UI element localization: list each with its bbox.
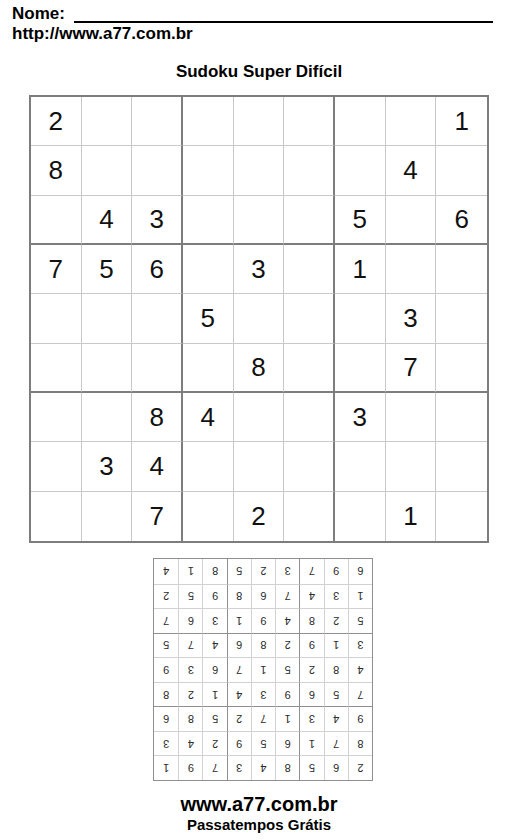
sudoku-cell: 6: [132, 245, 183, 294]
solution-cell: 6: [299, 682, 323, 707]
sudoku-cell: [183, 245, 234, 294]
sudoku-cell: 8: [132, 393, 183, 442]
solution-cell: 2: [251, 559, 275, 584]
sudoku-worksheet-page: Nome: http://www.a77.com.br Sudoku Super…: [0, 0, 518, 840]
sudoku-cell: [335, 344, 386, 393]
sudoku-cell: [234, 442, 285, 491]
solution-cell: 7: [202, 755, 226, 780]
footer: www.a77.com.br Passatempos Grátis: [0, 793, 518, 834]
sudoku-cell: [284, 442, 335, 491]
solution-cell: 3: [324, 584, 348, 609]
sudoku-cell: [132, 97, 183, 146]
solution-cell: 3: [299, 706, 323, 731]
solution-cell: 5: [251, 731, 275, 756]
sudoku-cell: [436, 442, 487, 491]
solution-cell: 4: [202, 633, 226, 658]
solution-cell: 8: [348, 731, 372, 756]
sudoku-cell: [386, 245, 437, 294]
sudoku-cell: 4: [132, 442, 183, 491]
sudoku-cell: [183, 442, 234, 491]
solution-cell: 4: [275, 608, 299, 633]
sudoku-cell: [284, 344, 335, 393]
solution-cell: 3: [348, 633, 372, 658]
sudoku-cell: [335, 294, 386, 343]
solution-cell: 9: [178, 755, 202, 780]
solution-cell: 7: [154, 608, 178, 633]
solution-cell: 2: [299, 657, 323, 682]
sudoku-cell: [31, 442, 82, 491]
sudoku-cell: [31, 393, 82, 442]
solution-cell: 9: [348, 706, 372, 731]
solution-cell: 5: [348, 608, 372, 633]
sudoku-cell: [31, 492, 82, 541]
solution-cell: 9: [154, 657, 178, 682]
solution-cell: 1: [299, 731, 323, 756]
sudoku-cell: 5: [335, 196, 386, 245]
sudoku-cell: [436, 245, 487, 294]
sudoku-cell: [284, 393, 335, 442]
solution-cell: 6: [178, 608, 202, 633]
solution-cell: 2: [227, 706, 251, 731]
sudoku-cell: [284, 196, 335, 245]
solution-cell: 8: [178, 706, 202, 731]
sudoku-cell: 3: [82, 442, 133, 491]
solution-cell: 2: [154, 584, 178, 609]
sudoku-cell: [183, 97, 234, 146]
sudoku-cell: [234, 196, 285, 245]
solution-cell: 6: [227, 633, 251, 658]
sudoku-cell: [31, 196, 82, 245]
sudoku-cell: [436, 344, 487, 393]
solution-cell: 9: [299, 633, 323, 658]
solution-cell: 6: [154, 706, 178, 731]
sudoku-cell: 5: [183, 294, 234, 343]
sudoku-cell: [386, 97, 437, 146]
solution-cell: 1: [324, 633, 348, 658]
solution-cell: 6: [275, 731, 299, 756]
solution-cell: 7: [324, 731, 348, 756]
sudoku-cell: [82, 393, 133, 442]
sudoku-cell: [386, 196, 437, 245]
sudoku-cell: 3: [234, 245, 285, 294]
sudoku-cell: [284, 294, 335, 343]
solution-cell: 3: [202, 608, 226, 633]
solution-cell: 4: [154, 559, 178, 584]
solution-cell: 2: [275, 633, 299, 658]
name-fill-in-line: [74, 4, 493, 23]
footer-site-text: www.a77.com.br: [0, 793, 518, 816]
solution-cell: 5: [275, 657, 299, 682]
solution-cell: 9: [324, 559, 348, 584]
solution-cell: 3: [251, 682, 275, 707]
name-label: Nome:: [12, 4, 65, 23]
solution-cell: 9: [275, 682, 299, 707]
solution-cell: 8: [227, 584, 251, 609]
solution-cell: 1: [202, 682, 226, 707]
solution-cell: 2: [324, 608, 348, 633]
solution-cell: 2: [178, 682, 202, 707]
sudoku-cell: 7: [386, 344, 437, 393]
sudoku-cell: 3: [386, 294, 437, 343]
solution-cell: 7: [299, 559, 323, 584]
solution-cell: 9: [251, 608, 275, 633]
sudoku-cell: [82, 294, 133, 343]
solution-cell: 7: [227, 657, 251, 682]
sudoku-cell: [234, 294, 285, 343]
sudoku-cell: [284, 245, 335, 294]
sudoku-cell: [234, 97, 285, 146]
solution-cell: 1: [251, 657, 275, 682]
solution-cell: 3: [178, 657, 202, 682]
sudoku-cell: 1: [386, 492, 437, 541]
sudoku-cell: [335, 146, 386, 195]
sudoku-cell: [436, 294, 487, 343]
solution-cell: 1: [178, 559, 202, 584]
sudoku-cell: 3: [335, 393, 386, 442]
sudoku-cell: 4: [183, 393, 234, 442]
sudoku-cell: [335, 492, 386, 541]
solution-cell: 7: [178, 633, 202, 658]
sudoku-cell: 3: [132, 196, 183, 245]
sudoku-cell: 8: [234, 344, 285, 393]
footer-tagline-text: Passatempos Grátis: [0, 816, 518, 834]
sudoku-cell: [82, 146, 133, 195]
solution-cell: 1: [227, 608, 251, 633]
solution-cell: 5: [154, 633, 178, 658]
site-url-text: http://www.a77.com.br: [12, 24, 193, 44]
sudoku-cell: 2: [31, 97, 82, 146]
solution-cell: 4: [251, 755, 275, 780]
sudoku-cell: [335, 442, 386, 491]
solution-cell: 8: [154, 682, 178, 707]
page-title: Sudoku Super Difícil: [0, 62, 518, 82]
sudoku-cell: [436, 146, 487, 195]
solution-cell: 4: [299, 584, 323, 609]
sudoku-cell: [436, 492, 487, 541]
sudoku-cell: [386, 442, 437, 491]
solution-cell: 9: [202, 584, 226, 609]
sudoku-cell: 5: [82, 245, 133, 294]
solution-cell: 1: [275, 706, 299, 731]
sudoku-cell: [132, 344, 183, 393]
solution-cell: 3: [227, 755, 251, 780]
sudoku-cell: 7: [31, 245, 82, 294]
solution-cell: 2: [348, 755, 372, 780]
sudoku-cell: [234, 393, 285, 442]
sudoku-cell: [386, 393, 437, 442]
solution-cell: 1: [154, 755, 178, 780]
puzzle-grid: 2184435675631538784334721: [29, 95, 489, 543]
solution-cell: 2: [202, 731, 226, 756]
sudoku-cell: 4: [386, 146, 437, 195]
sudoku-cell: [284, 97, 335, 146]
sudoku-cell: 8: [31, 146, 82, 195]
solution-grid-upside-down: 2658437918716592439431725867569341284825…: [153, 558, 373, 781]
solution-cell: 4: [348, 657, 372, 682]
sudoku-cell: [82, 492, 133, 541]
sudoku-cell: 7: [132, 492, 183, 541]
solution-cell: 8: [251, 633, 275, 658]
solution-cell: 5: [324, 682, 348, 707]
sudoku-cell: [284, 146, 335, 195]
solution-cell: 5: [178, 584, 202, 609]
solution-cell: 6: [324, 755, 348, 780]
sudoku-cell: [132, 146, 183, 195]
solution-cell: 9: [227, 731, 251, 756]
solution-cell: 7: [275, 584, 299, 609]
sudoku-cell: [335, 97, 386, 146]
sudoku-cell: [234, 146, 285, 195]
solution-cell: 6: [348, 559, 372, 584]
solution-cell: 8: [324, 657, 348, 682]
solution-cell: 3: [275, 559, 299, 584]
solution-cell: 4: [227, 682, 251, 707]
sudoku-cell: [31, 294, 82, 343]
solution-cell: 5: [202, 706, 226, 731]
sudoku-cell: [183, 492, 234, 541]
sudoku-cell: 1: [436, 97, 487, 146]
sudoku-cell: 4: [82, 196, 133, 245]
solution-cell: 8: [275, 755, 299, 780]
name-row: Nome:: [12, 4, 493, 23]
solution-cell: 8: [299, 608, 323, 633]
solution-cell: 3: [154, 731, 178, 756]
sudoku-cell: 1: [335, 245, 386, 294]
solution-cell: 6: [202, 657, 226, 682]
sudoku-cell: [183, 344, 234, 393]
solution-cell: 7: [348, 682, 372, 707]
solution-cell: 1: [348, 584, 372, 609]
solution-cell: 5: [299, 755, 323, 780]
solution-cell: 6: [251, 584, 275, 609]
sudoku-cell: [82, 344, 133, 393]
sudoku-cell: [183, 196, 234, 245]
sudoku-cell: 2: [234, 492, 285, 541]
sudoku-cell: [436, 393, 487, 442]
sudoku-cell: [183, 146, 234, 195]
sudoku-cell: [31, 344, 82, 393]
sudoku-cell: [284, 492, 335, 541]
solution-cell: 4: [178, 731, 202, 756]
solution-cell: 8: [202, 559, 226, 584]
solution-cell: 5: [227, 559, 251, 584]
solution-cell: 4: [324, 706, 348, 731]
sudoku-cell: 6: [436, 196, 487, 245]
sudoku-cell: [132, 294, 183, 343]
solution-cell: 7: [251, 706, 275, 731]
sudoku-cell: [82, 97, 133, 146]
